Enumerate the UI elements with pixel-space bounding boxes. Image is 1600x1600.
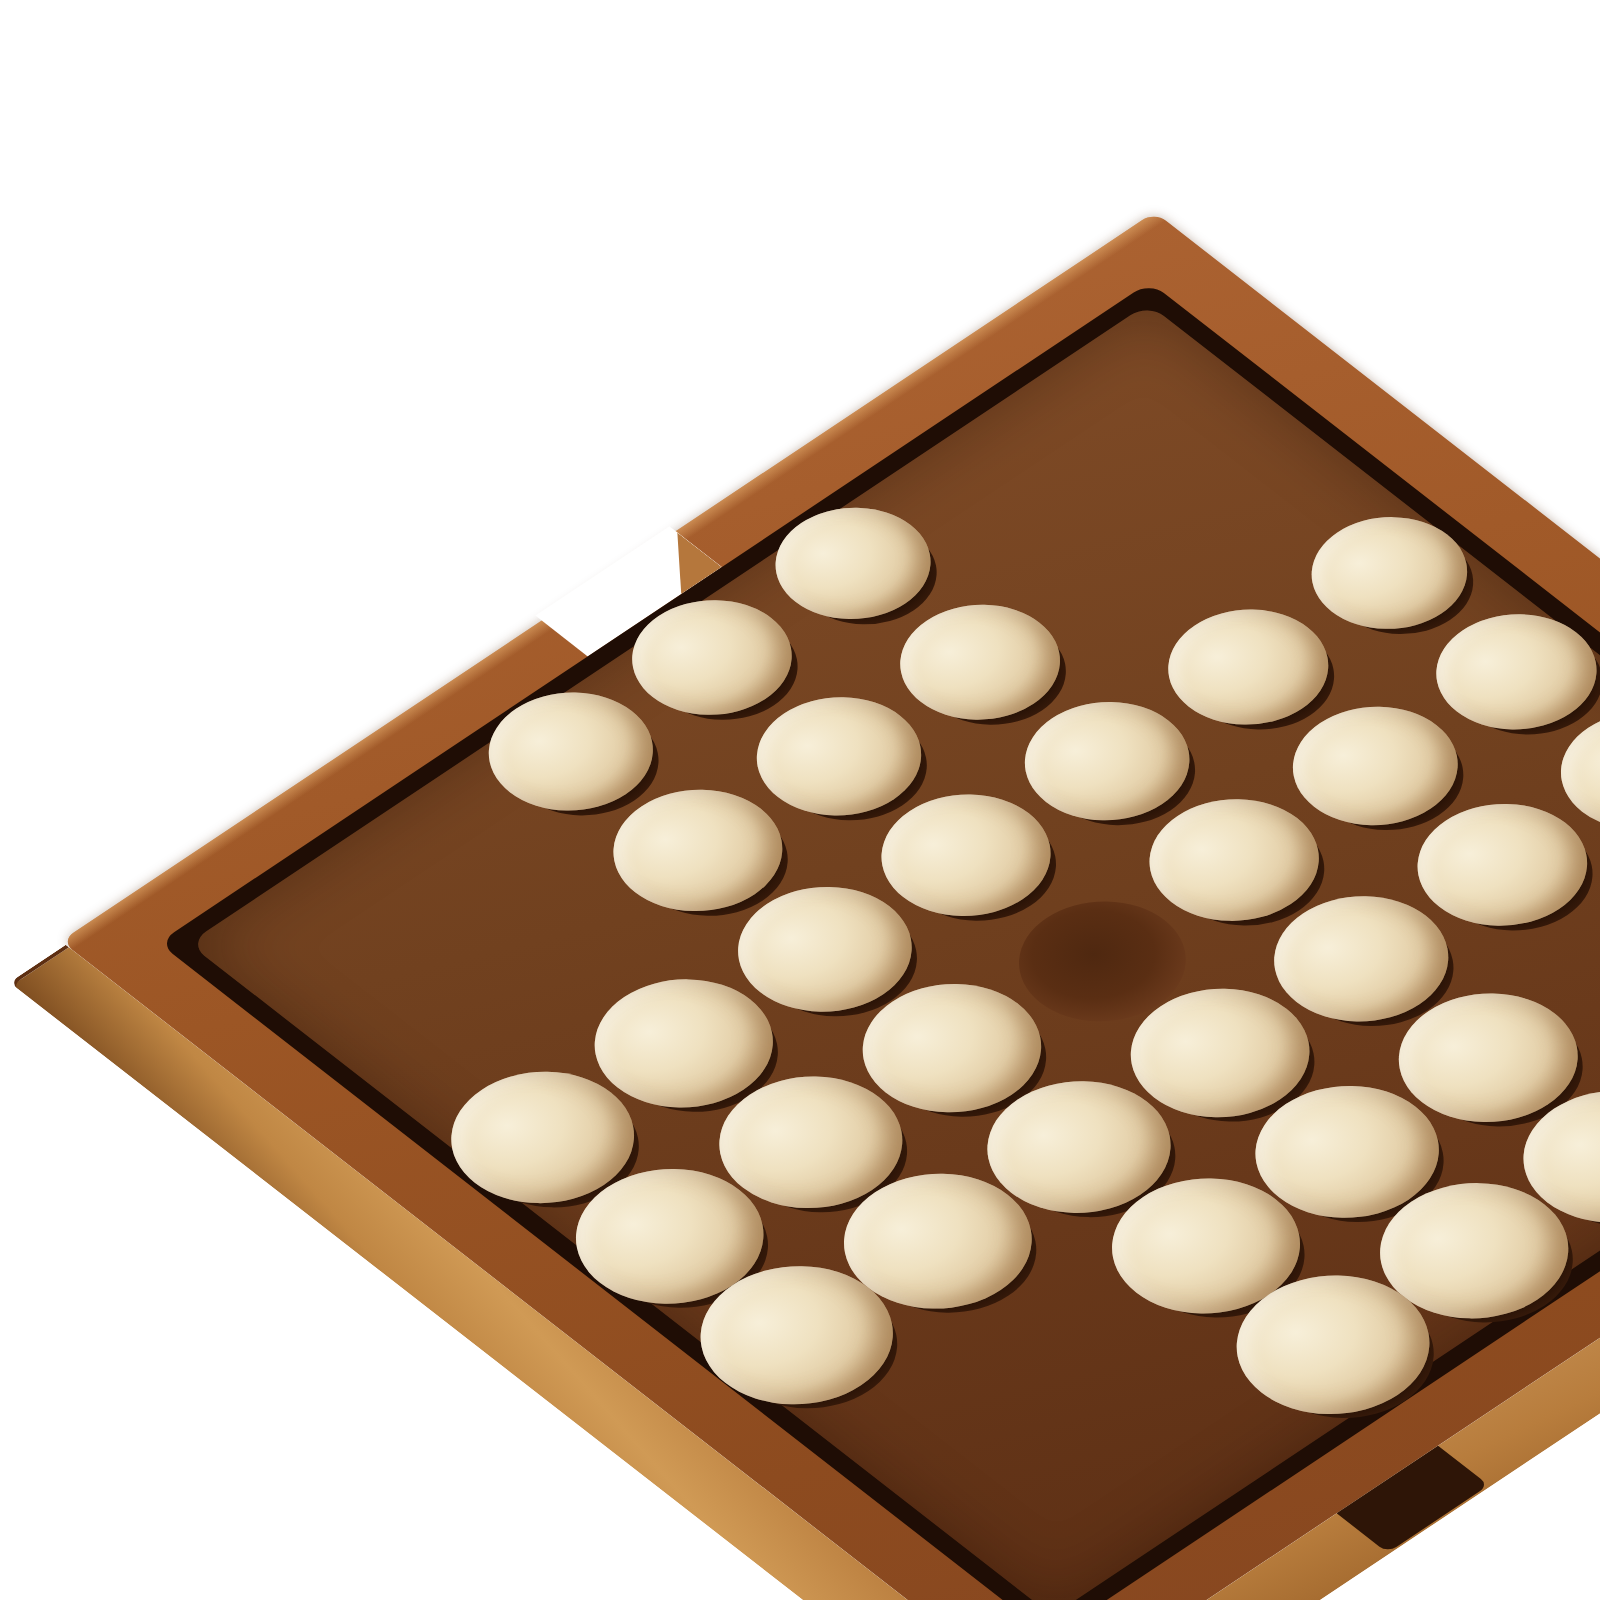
- peg-solitaire-board: [61, 212, 1600, 1600]
- product-photo-scene: [0, 0, 1600, 1600]
